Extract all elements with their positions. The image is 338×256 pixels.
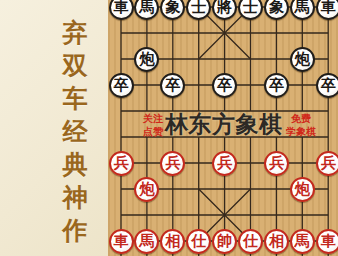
panel-title-char: 车	[63, 82, 88, 115]
panel-title-char: 作	[63, 214, 88, 247]
piece-red-相[interactable]: 相	[264, 229, 289, 254]
piece-red-兵[interactable]: 兵	[264, 151, 289, 176]
river-left-caption: 关注 点赞	[141, 112, 165, 138]
side-panel: 弃双车经典神作	[0, 0, 108, 256]
screenshot: 弃双车经典神作 关注 点赞 林东方象棋 免费 学象棋 車馬象士將士象馬車炮炮卒卒…	[0, 0, 338, 256]
panel-title-char: 典	[63, 148, 88, 181]
piece-red-兵[interactable]: 兵	[160, 151, 185, 176]
river-right-line1: 免费	[285, 112, 317, 125]
piece-black-車[interactable]: 車	[109, 0, 134, 20]
piece-black-卒[interactable]: 卒	[212, 73, 237, 98]
panel-title-char: 弃	[63, 16, 88, 49]
panel-title-char: 双	[63, 49, 88, 82]
piece-black-炮[interactable]: 炮	[134, 47, 159, 72]
piece-black-卒[interactable]: 卒	[264, 73, 289, 98]
piece-red-炮[interactable]: 炮	[134, 177, 159, 202]
piece-black-卒[interactable]: 卒	[109, 73, 134, 98]
piece-red-仕[interactable]: 仕	[186, 229, 211, 254]
piece-red-兵[interactable]: 兵	[316, 151, 338, 176]
piece-red-車[interactable]: 車	[316, 229, 338, 254]
piece-red-車[interactable]: 車	[109, 229, 134, 254]
board[interactable]: 关注 点赞 林东方象棋 免费 学象棋 車馬象士將士象馬車炮炮卒卒卒卒卒兵兵兵兵兵…	[108, 0, 338, 256]
piece-black-卒[interactable]: 卒	[316, 73, 338, 98]
river-title: 林东方象棋	[165, 111, 283, 138]
piece-red-兵[interactable]: 兵	[109, 151, 134, 176]
piece-red-帥[interactable]: 帥	[212, 229, 237, 254]
piece-black-馬[interactable]: 馬	[290, 0, 315, 20]
river-left-line2: 点赞	[141, 125, 165, 138]
panel-title-char: 神	[63, 181, 88, 214]
river-left-line1: 关注	[141, 112, 165, 125]
panel-title-char: 经	[63, 115, 88, 148]
piece-black-炮[interactable]: 炮	[290, 47, 315, 72]
river-right-line2: 学象棋	[285, 125, 317, 138]
piece-red-馬[interactable]: 馬	[290, 229, 315, 254]
panel-title: 弃双车经典神作	[60, 16, 90, 244]
piece-red-炮[interactable]: 炮	[290, 177, 315, 202]
piece-red-仕[interactable]: 仕	[238, 229, 263, 254]
piece-red-兵[interactable]: 兵	[212, 151, 237, 176]
piece-red-馬[interactable]: 馬	[134, 229, 159, 254]
piece-black-車[interactable]: 車	[316, 0, 338, 20]
river-right-caption: 免费 学象棋	[285, 112, 317, 138]
piece-black-卒[interactable]: 卒	[160, 73, 185, 98]
piece-red-相[interactable]: 相	[160, 229, 185, 254]
